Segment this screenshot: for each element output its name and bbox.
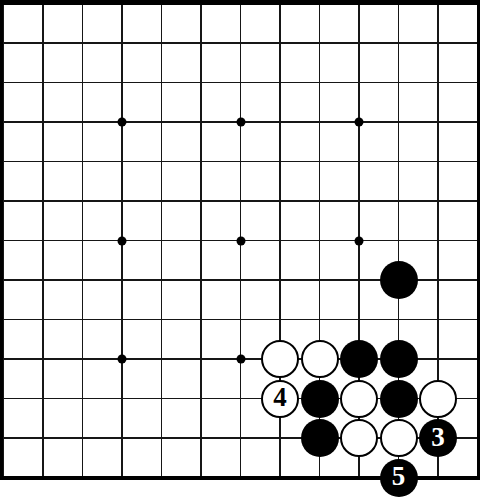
- star-point: [118, 236, 127, 245]
- white-stone: [380, 419, 418, 457]
- black-stone-move-3: 3: [419, 419, 457, 457]
- black-stone: [380, 340, 418, 378]
- stone-number: 4: [273, 384, 287, 413]
- white-stone: [261, 340, 299, 378]
- star-point: [355, 118, 364, 127]
- go-board-diagram: 435: [0, 0, 480, 497]
- star-point: [236, 355, 245, 364]
- black-stone-move-5: 5: [380, 459, 418, 497]
- black-stone: [340, 340, 378, 378]
- stone-number: 5: [392, 463, 406, 492]
- black-stone: [301, 419, 339, 457]
- white-stone-move-4: 4: [261, 380, 299, 418]
- white-stone: [340, 380, 378, 418]
- white-stone: [340, 419, 378, 457]
- star-point: [236, 118, 245, 127]
- black-stone: [301, 380, 339, 418]
- white-stone: [301, 340, 339, 378]
- black-stone: [380, 261, 418, 299]
- star-point: [236, 236, 245, 245]
- star-point: [118, 118, 127, 127]
- star-point: [118, 355, 127, 364]
- white-stone: [419, 380, 457, 418]
- star-point: [355, 236, 364, 245]
- black-stone: [380, 380, 418, 418]
- stone-number: 3: [431, 424, 445, 453]
